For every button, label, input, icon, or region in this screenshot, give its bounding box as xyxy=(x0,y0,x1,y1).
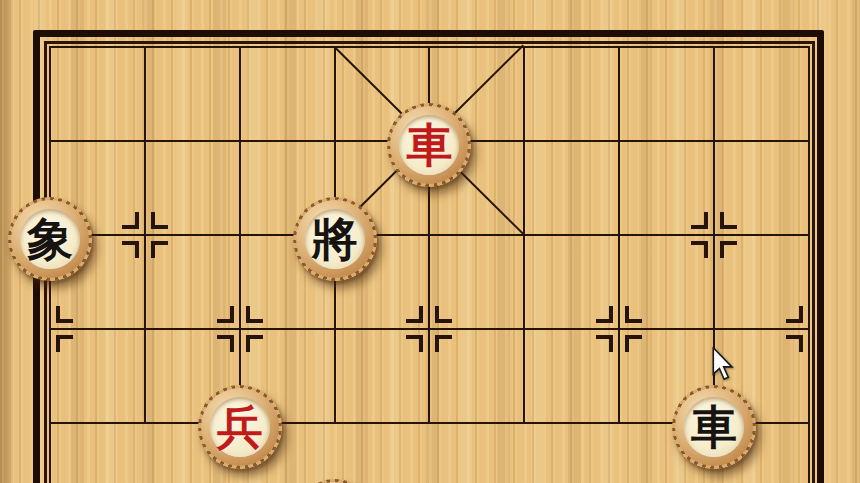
piece-glyph: 車 xyxy=(672,385,756,469)
piece-black-elephant[interactable]: 象 xyxy=(8,197,92,281)
mouse-cursor xyxy=(712,347,734,381)
piece-black-chariot[interactable]: 車 xyxy=(672,385,756,469)
piece-glyph: 將 xyxy=(293,197,377,281)
piece-black-general[interactable]: 將 xyxy=(293,197,377,281)
xiangqi-board[interactable]: 車象將兵車 xyxy=(0,0,860,483)
piece-unknown-unknown-partial[interactable] xyxy=(293,479,377,483)
piece-glyph xyxy=(293,479,377,483)
piece-glyph: 象 xyxy=(8,197,92,281)
piece-red-soldier[interactable]: 兵 xyxy=(198,385,282,469)
pieces-layer: 車象將兵車 xyxy=(0,0,860,483)
piece-glyph: 兵 xyxy=(198,385,282,469)
piece-glyph: 車 xyxy=(387,103,471,187)
piece-red-chariot[interactable]: 車 xyxy=(387,103,471,187)
